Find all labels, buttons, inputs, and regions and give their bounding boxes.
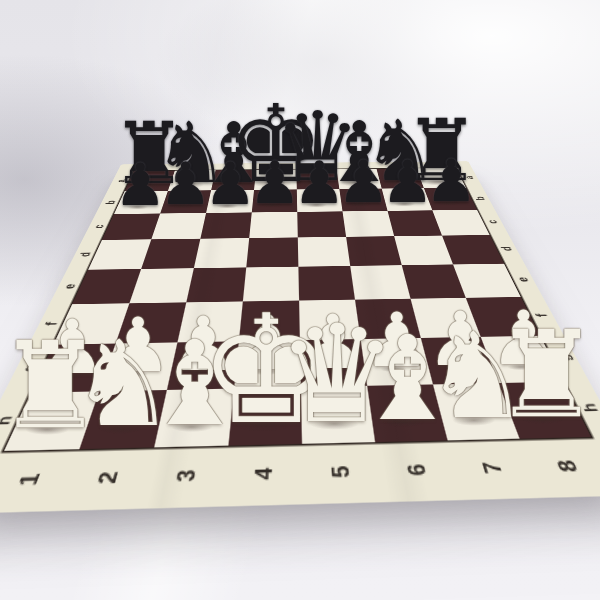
photo-scene: 1122334455667788aabbccddeeffgghh ♜♞♝♚♛♝♞… xyxy=(0,0,600,600)
coordinate-label-bottom-7: 7 xyxy=(479,462,507,475)
coordinate-label-bottom-5: 5 xyxy=(328,465,353,478)
piece-black-pawn[interactable]: ♟ xyxy=(425,152,478,211)
coordinate-label-right-d: d xyxy=(499,246,514,251)
square-d5[interactable] xyxy=(298,237,350,267)
square-e2[interactable] xyxy=(129,268,193,303)
square-d4[interactable] xyxy=(246,237,298,267)
square-e8[interactable] xyxy=(453,264,521,298)
coordinate-label-bottom-2: 2 xyxy=(94,471,123,484)
coordinate-label-left-c: c xyxy=(91,225,105,229)
coordinate-label-bottom-8: 8 xyxy=(553,460,582,473)
square-d2[interactable] xyxy=(141,239,200,269)
coordinate-label-bottom-3: 3 xyxy=(173,469,200,482)
coordinate-label-right-c: c xyxy=(485,220,499,224)
piece-white-rook[interactable]: ♜ xyxy=(493,315,600,435)
coordinate-label-right-e: e xyxy=(515,277,531,282)
coordinate-label-bottom-4: 4 xyxy=(251,467,276,480)
coordinate-label-left-e: e xyxy=(61,284,78,289)
square-d6[interactable] xyxy=(346,236,402,266)
coordinate-label-bottom-1: 1 xyxy=(15,473,45,486)
coordinate-label-left-d: d xyxy=(77,252,93,257)
coordinate-label-bottom-6: 6 xyxy=(404,463,431,476)
square-d3[interactable] xyxy=(194,238,249,268)
square-d8[interactable] xyxy=(442,235,504,264)
